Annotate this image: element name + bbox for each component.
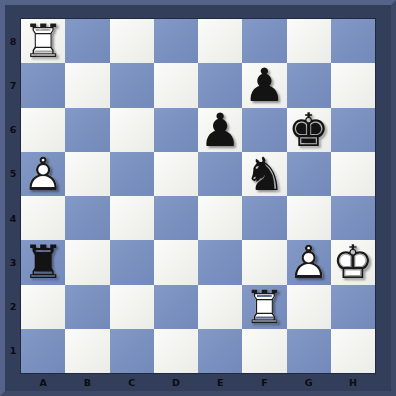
piece-outline-glyph: ♖: [21, 19, 65, 63]
square-b8[interactable]: [65, 19, 109, 63]
file-label-d: D: [154, 374, 198, 391]
square-g6[interactable]: ♚: [287, 108, 331, 152]
square-a3[interactable]: ♜: [21, 240, 65, 284]
square-f2[interactable]: ♜♖: [242, 285, 286, 329]
square-a7[interactable]: [21, 63, 65, 107]
black-king[interactable]: ♚: [287, 108, 331, 152]
white-pawn[interactable]: ♟♙: [21, 152, 65, 196]
piece-glyph: ♜: [21, 240, 65, 284]
square-d7[interactable]: [154, 63, 198, 107]
square-f5[interactable]: ♞: [242, 152, 286, 196]
square-e7[interactable]: [198, 63, 242, 107]
file-label-g: G: [287, 374, 331, 391]
board-frame: 87654321 ♜♖♟♟♚♟♙♞♜♟♙♚♔♜♖ ABCDEFGH: [0, 0, 396, 396]
square-g3[interactable]: ♟♙: [287, 240, 331, 284]
square-g5[interactable]: [287, 152, 331, 196]
square-d5[interactable]: [154, 152, 198, 196]
black-pawn[interactable]: ♟: [242, 63, 286, 107]
piece-glyph: ♟: [242, 63, 286, 107]
file-label-h: H: [331, 374, 375, 391]
white-king[interactable]: ♚♔: [331, 240, 375, 284]
rank-label-1: 1: [5, 329, 21, 373]
square-c3[interactable]: [110, 240, 154, 284]
white-rook[interactable]: ♜♖: [21, 19, 65, 63]
square-f4[interactable]: [242, 196, 286, 240]
rank-label-3: 3: [5, 240, 21, 284]
square-c4[interactable]: [110, 196, 154, 240]
square-a4[interactable]: [21, 196, 65, 240]
file-labels: ABCDEFGH: [21, 374, 375, 391]
square-c6[interactable]: [110, 108, 154, 152]
square-c1[interactable]: [110, 329, 154, 373]
square-g2[interactable]: [287, 285, 331, 329]
square-f6[interactable]: [242, 108, 286, 152]
square-b4[interactable]: [65, 196, 109, 240]
square-e5[interactable]: [198, 152, 242, 196]
square-b2[interactable]: [65, 285, 109, 329]
square-b6[interactable]: [65, 108, 109, 152]
square-e1[interactable]: [198, 329, 242, 373]
square-h2[interactable]: [331, 285, 375, 329]
square-c2[interactable]: [110, 285, 154, 329]
chess-board: ♜♖♟♟♚♟♙♞♜♟♙♚♔♜♖: [21, 19, 375, 373]
square-f8[interactable]: [242, 19, 286, 63]
square-c5[interactable]: [110, 152, 154, 196]
square-c7[interactable]: [110, 63, 154, 107]
square-b5[interactable]: [65, 152, 109, 196]
square-h7[interactable]: [331, 63, 375, 107]
square-e3[interactable]: [198, 240, 242, 284]
piece-glyph: ♚: [287, 108, 331, 152]
square-a6[interactable]: [21, 108, 65, 152]
square-h6[interactable]: [331, 108, 375, 152]
black-pawn[interactable]: ♟: [198, 108, 242, 152]
square-a5[interactable]: ♟♙: [21, 152, 65, 196]
square-d6[interactable]: [154, 108, 198, 152]
square-g1[interactable]: [287, 329, 331, 373]
square-g8[interactable]: [287, 19, 331, 63]
square-h8[interactable]: [331, 19, 375, 63]
square-d3[interactable]: [154, 240, 198, 284]
file-label-c: C: [110, 374, 154, 391]
rank-labels: 87654321: [5, 19, 21, 373]
square-e4[interactable]: [198, 196, 242, 240]
piece-outline-glyph: ♖: [242, 285, 286, 329]
square-f3[interactable]: [242, 240, 286, 284]
square-e2[interactable]: [198, 285, 242, 329]
square-e6[interactable]: ♟: [198, 108, 242, 152]
piece-outline-glyph: ♔: [331, 240, 375, 284]
black-rook[interactable]: ♜: [21, 240, 65, 284]
square-h4[interactable]: [331, 196, 375, 240]
piece-outline-glyph: ♙: [287, 240, 331, 284]
white-pawn[interactable]: ♟♙: [287, 240, 331, 284]
square-g4[interactable]: [287, 196, 331, 240]
white-rook[interactable]: ♜♖: [242, 285, 286, 329]
square-d8[interactable]: [154, 19, 198, 63]
file-label-b: B: [65, 374, 109, 391]
square-d4[interactable]: [154, 196, 198, 240]
rank-label-5: 5: [5, 152, 21, 196]
rank-label-7: 7: [5, 63, 21, 107]
file-label-e: E: [198, 374, 242, 391]
piece-glyph: ♞: [242, 152, 286, 196]
rank-label-2: 2: [5, 285, 21, 329]
square-b1[interactable]: [65, 329, 109, 373]
file-label-a: A: [21, 374, 65, 391]
piece-glyph: ♟: [198, 108, 242, 152]
file-label-f: F: [242, 374, 286, 391]
rank-label-4: 4: [5, 196, 21, 240]
square-f1[interactable]: [242, 329, 286, 373]
rank-label-8: 8: [5, 19, 21, 63]
square-a2[interactable]: [21, 285, 65, 329]
square-c8[interactable]: [110, 19, 154, 63]
square-d2[interactable]: [154, 285, 198, 329]
square-d1[interactable]: [154, 329, 198, 373]
square-a1[interactable]: [21, 329, 65, 373]
square-h3[interactable]: ♚♔: [331, 240, 375, 284]
square-h5[interactable]: [331, 152, 375, 196]
square-h1[interactable]: [331, 329, 375, 373]
square-b7[interactable]: [65, 63, 109, 107]
square-g7[interactable]: [287, 63, 331, 107]
square-e8[interactable]: [198, 19, 242, 63]
rank-label-6: 6: [5, 108, 21, 152]
square-f7[interactable]: ♟: [242, 63, 286, 107]
piece-outline-glyph: ♙: [21, 152, 65, 196]
square-a8[interactable]: ♜♖: [21, 19, 65, 63]
square-b3[interactable]: [65, 240, 109, 284]
black-knight[interactable]: ♞: [242, 152, 286, 196]
